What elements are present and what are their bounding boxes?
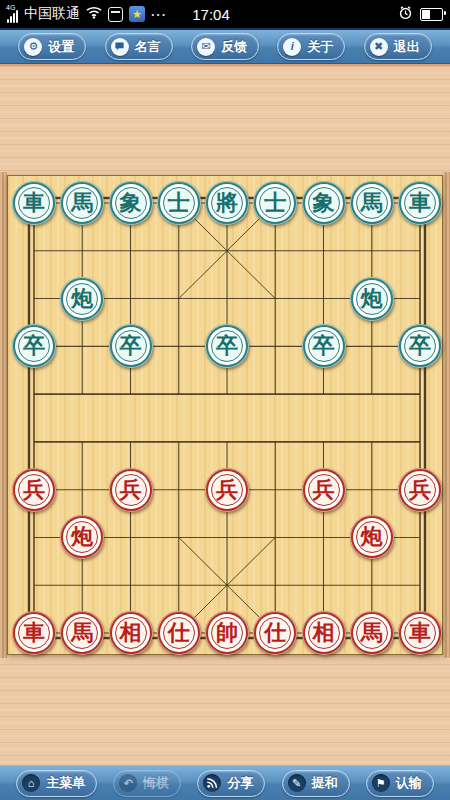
about-button[interactable]: i关于: [277, 33, 345, 60]
star-badge-icon: ★: [129, 6, 145, 22]
top-toolbar: ⚙设置名言✉反馈i关于✖退出: [0, 28, 450, 64]
piece-glyph: 車: [23, 622, 45, 644]
piece-black-炮[interactable]: 炮: [350, 277, 394, 321]
envelope-icon: ✉: [197, 38, 215, 56]
undo-icon: ↶: [119, 774, 137, 792]
piece-glyph: 馬: [361, 622, 383, 644]
piece-glyph: 兵: [313, 479, 335, 501]
piece-red-車[interactable]: 車: [398, 611, 442, 655]
piece-glyph: 士: [264, 192, 286, 214]
app-screen: 4G 中国联通 ★ ··· 17:04 ⚙设置名言✉反馈i关于✖退出 車馬象士將…: [0, 0, 450, 800]
piece-glyph: 車: [409, 192, 431, 214]
status-left-icons: 4G 中国联通 ★ ···: [7, 5, 167, 23]
piece-glyph: 相: [313, 622, 335, 644]
piece-glyph: 車: [23, 192, 45, 214]
piece-red-炮[interactable]: 炮: [350, 515, 394, 559]
piece-glyph: 馬: [71, 622, 93, 644]
main-menu-label: 主菜单: [46, 774, 85, 792]
gear-icon: ⚙: [24, 38, 42, 56]
piece-glyph: 兵: [23, 479, 45, 501]
main-menu-button[interactable]: ⌂主菜单: [16, 770, 97, 797]
piece-black-車[interactable]: 車: [12, 181, 56, 225]
piece-red-兵[interactable]: 兵: [12, 468, 56, 512]
piece-red-相[interactable]: 相: [109, 611, 153, 655]
piece-black-象[interactable]: 象: [109, 181, 153, 225]
piece-glyph: 象: [313, 192, 335, 214]
offer-draw-button[interactable]: ✎提和: [282, 770, 350, 797]
piece-glyph: 士: [168, 192, 190, 214]
undo-move-button: ↶悔棋: [113, 770, 181, 797]
piece-glyph: 兵: [216, 479, 238, 501]
quote-icon: [111, 38, 129, 56]
wifi-icon: [86, 5, 102, 23]
piece-glyph: 兵: [120, 479, 142, 501]
right-wood-strip: [443, 172, 450, 658]
piece-black-卒[interactable]: 卒: [109, 324, 153, 368]
piece-glyph: 將: [216, 192, 238, 214]
piece-glyph: 相: [120, 622, 142, 644]
piece-black-士[interactable]: 士: [253, 181, 297, 225]
bottom-toolbar: ⌂主菜单↶悔棋分享✎提和⚑认输: [0, 765, 450, 800]
piece-glyph: 卒: [23, 335, 45, 357]
battery-icon: [420, 8, 443, 21]
box-icon: [108, 7, 123, 22]
feedback-button[interactable]: ✉反馈: [191, 33, 259, 60]
piece-glyph: 炮: [361, 288, 383, 310]
alarm-clock-icon: [398, 5, 413, 24]
settings-button[interactable]: ⚙设置: [18, 33, 86, 60]
piece-black-炮[interactable]: 炮: [60, 277, 104, 321]
wood-background: 車馬象士將士象馬車炮炮卒卒卒卒卒兵兵兵兵兵炮炮車馬相仕帥仕相馬車: [0, 64, 450, 765]
quotes-label: 名言: [135, 38, 161, 56]
piece-glyph: 卒: [120, 335, 142, 357]
piece-glyph: 仕: [168, 622, 190, 644]
signal-strength-icon: 4G: [7, 6, 18, 23]
pencil-icon: ✎: [288, 774, 306, 792]
close-icon: ✖: [370, 38, 388, 56]
info-icon: i: [283, 38, 301, 56]
undo-move-label: 悔棋: [143, 774, 169, 792]
piece-glyph: 卒: [216, 335, 238, 357]
piece-black-卒[interactable]: 卒: [398, 324, 442, 368]
piece-black-馬[interactable]: 馬: [60, 181, 104, 225]
piece-red-仕[interactable]: 仕: [253, 611, 297, 655]
piece-red-馬[interactable]: 馬: [60, 611, 104, 655]
piece-red-仕[interactable]: 仕: [157, 611, 201, 655]
rss-icon: [203, 774, 221, 792]
quotes-button[interactable]: 名言: [105, 33, 173, 60]
about-label: 关于: [307, 38, 333, 56]
resign-button[interactable]: ⚑认输: [366, 770, 434, 797]
piece-red-兵[interactable]: 兵: [205, 468, 249, 512]
home-icon: ⌂: [22, 774, 40, 792]
piece-glyph: 卒: [313, 335, 335, 357]
piece-black-車[interactable]: 車: [398, 181, 442, 225]
offer-draw-label: 提和: [312, 774, 338, 792]
piece-red-相[interactable]: 相: [302, 611, 346, 655]
xiangqi-board[interactable]: 車馬象士將士象馬車炮炮卒卒卒卒卒兵兵兵兵兵炮炮車馬相仕帥仕相馬車: [7, 175, 443, 655]
piece-glyph: 卒: [409, 335, 431, 357]
piece-glyph: 兵: [409, 479, 431, 501]
piece-glyph: 炮: [71, 526, 93, 548]
piece-red-兵[interactable]: 兵: [302, 468, 346, 512]
piece-red-兵[interactable]: 兵: [109, 468, 153, 512]
left-wood-strip: [0, 172, 7, 658]
piece-red-帥[interactable]: 帥: [205, 611, 249, 655]
piece-black-將[interactable]: 將: [205, 181, 249, 225]
more-notifications-indicator: ···: [151, 7, 167, 22]
piece-glyph: 馬: [71, 192, 93, 214]
piece-glyph: 仕: [264, 622, 286, 644]
piece-glyph: 帥: [216, 622, 238, 644]
piece-red-馬[interactable]: 馬: [350, 611, 394, 655]
status-bar: 4G 中国联通 ★ ··· 17:04: [0, 0, 450, 28]
piece-black-卒[interactable]: 卒: [12, 324, 56, 368]
piece-red-車[interactable]: 車: [12, 611, 56, 655]
piece-red-兵[interactable]: 兵: [398, 468, 442, 512]
carrier-label: 中国联通: [24, 5, 80, 23]
piece-black-象[interactable]: 象: [302, 181, 346, 225]
network-type-badge: 4G: [6, 4, 15, 11]
feedback-label: 反馈: [221, 38, 247, 56]
piece-glyph: 馬: [361, 192, 383, 214]
piece-black-馬[interactable]: 馬: [350, 181, 394, 225]
resign-label: 认输: [396, 774, 422, 792]
status-right-icons: [398, 5, 443, 24]
piece-black-士[interactable]: 士: [157, 181, 201, 225]
piece-black-卒[interactable]: 卒: [205, 324, 249, 368]
share-button[interactable]: 分享: [197, 770, 265, 797]
share-label: 分享: [227, 774, 253, 792]
piece-glyph: 車: [409, 622, 431, 644]
piece-glyph: 炮: [361, 526, 383, 548]
exit-button[interactable]: ✖退出: [364, 33, 432, 60]
piece-black-卒[interactable]: 卒: [302, 324, 346, 368]
settings-label: 设置: [48, 38, 74, 56]
piece-glyph: 象: [120, 192, 142, 214]
piece-glyph: 炮: [71, 288, 93, 310]
exit-label: 退出: [394, 38, 420, 56]
flag-icon: ⚑: [372, 774, 390, 792]
